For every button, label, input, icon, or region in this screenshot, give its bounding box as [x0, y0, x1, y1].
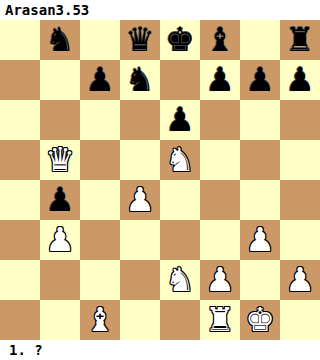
- square-g2[interactable]: [240, 260, 280, 300]
- square-a3[interactable]: [0, 220, 40, 260]
- square-b2[interactable]: [40, 260, 80, 300]
- square-d2[interactable]: [120, 260, 160, 300]
- square-c1[interactable]: ♝: [80, 300, 120, 340]
- piece-white-pawn[interactable]: ♟: [285, 260, 315, 300]
- square-g6[interactable]: [240, 100, 280, 140]
- square-b7[interactable]: [40, 60, 80, 100]
- square-b4[interactable]: ♟: [40, 180, 80, 220]
- piece-white-bishop[interactable]: ♝: [85, 300, 115, 340]
- square-h4[interactable]: [280, 180, 320, 220]
- square-c7[interactable]: ♟: [80, 60, 120, 100]
- square-h2[interactable]: ♟: [280, 260, 320, 300]
- piece-white-rook[interactable]: ♜: [205, 300, 235, 340]
- square-d7[interactable]: ♞: [120, 60, 160, 100]
- piece-black-pawn[interactable]: ♟: [45, 180, 75, 220]
- square-b6[interactable]: [40, 100, 80, 140]
- square-e4[interactable]: [160, 180, 200, 220]
- square-d3[interactable]: [120, 220, 160, 260]
- square-g1[interactable]: ♚: [240, 300, 280, 340]
- square-c6[interactable]: [80, 100, 120, 140]
- square-b5[interactable]: ♛: [40, 140, 80, 180]
- square-c8[interactable]: [80, 20, 120, 60]
- piece-black-pawn[interactable]: ♟: [165, 100, 195, 140]
- square-a4[interactable]: [0, 180, 40, 220]
- piece-black-knight[interactable]: ♞: [125, 60, 155, 100]
- piece-black-bishop[interactable]: ♝: [205, 20, 235, 60]
- square-f6[interactable]: [200, 100, 240, 140]
- piece-black-pawn[interactable]: ♟: [285, 60, 315, 100]
- square-d1[interactable]: [120, 300, 160, 340]
- square-e5[interactable]: ♞: [160, 140, 200, 180]
- square-f3[interactable]: [200, 220, 240, 260]
- piece-black-pawn[interactable]: ♟: [205, 60, 235, 100]
- square-g4[interactable]: [240, 180, 280, 220]
- square-h3[interactable]: [280, 220, 320, 260]
- square-d6[interactable]: [120, 100, 160, 140]
- piece-white-knight[interactable]: ♞: [165, 260, 195, 300]
- square-d4[interactable]: ♟: [120, 180, 160, 220]
- square-a5[interactable]: [0, 140, 40, 180]
- square-b8[interactable]: ♞: [40, 20, 80, 60]
- square-e2[interactable]: ♞: [160, 260, 200, 300]
- square-g8[interactable]: [240, 20, 280, 60]
- square-d5[interactable]: [120, 140, 160, 180]
- square-e6[interactable]: ♟: [160, 100, 200, 140]
- square-g7[interactable]: ♟: [240, 60, 280, 100]
- chess-board: ♞♛♚♝♜♟♞♟♟♟♟♛♞♟♟♟♟♞♟♟♝♜♚: [0, 20, 320, 340]
- piece-white-pawn[interactable]: ♟: [45, 220, 75, 260]
- square-h1[interactable]: [280, 300, 320, 340]
- piece-black-pawn[interactable]: ♟: [245, 60, 275, 100]
- engine-title: Arasan3.53: [0, 0, 320, 20]
- piece-white-king[interactable]: ♚: [245, 300, 275, 340]
- square-e7[interactable]: [160, 60, 200, 100]
- square-f7[interactable]: ♟: [200, 60, 240, 100]
- piece-white-knight[interactable]: ♞: [165, 140, 195, 180]
- square-f2[interactable]: ♟: [200, 260, 240, 300]
- square-c5[interactable]: [80, 140, 120, 180]
- square-h7[interactable]: ♟: [280, 60, 320, 100]
- piece-white-pawn[interactable]: ♟: [245, 220, 275, 260]
- square-a2[interactable]: [0, 260, 40, 300]
- square-e3[interactable]: [160, 220, 200, 260]
- square-h8[interactable]: ♜: [280, 20, 320, 60]
- square-f5[interactable]: [200, 140, 240, 180]
- square-c2[interactable]: [80, 260, 120, 300]
- square-a6[interactable]: [0, 100, 40, 140]
- square-a7[interactable]: [0, 60, 40, 100]
- square-e8[interactable]: ♚: [160, 20, 200, 60]
- square-e1[interactable]: [160, 300, 200, 340]
- square-b1[interactable]: [40, 300, 80, 340]
- square-g3[interactable]: ♟: [240, 220, 280, 260]
- square-h6[interactable]: [280, 100, 320, 140]
- piece-black-king[interactable]: ♚: [165, 20, 195, 60]
- square-f4[interactable]: [200, 180, 240, 220]
- move-prompt: 1. ?: [0, 340, 320, 360]
- square-g5[interactable]: [240, 140, 280, 180]
- piece-white-pawn[interactable]: ♟: [205, 260, 235, 300]
- square-a8[interactable]: [0, 20, 40, 60]
- square-a1[interactable]: [0, 300, 40, 340]
- square-f1[interactable]: ♜: [200, 300, 240, 340]
- piece-black-rook[interactable]: ♜: [285, 20, 315, 60]
- piece-black-knight[interactable]: ♞: [45, 20, 75, 60]
- piece-black-queen[interactable]: ♛: [125, 20, 155, 60]
- square-c4[interactable]: [80, 180, 120, 220]
- square-b3[interactable]: ♟: [40, 220, 80, 260]
- square-f8[interactable]: ♝: [200, 20, 240, 60]
- piece-white-queen[interactable]: ♛: [45, 140, 75, 180]
- square-c3[interactable]: [80, 220, 120, 260]
- piece-black-pawn[interactable]: ♟: [85, 60, 115, 100]
- square-d8[interactable]: ♛: [120, 20, 160, 60]
- square-h5[interactable]: [280, 140, 320, 180]
- piece-white-pawn[interactable]: ♟: [125, 180, 155, 220]
